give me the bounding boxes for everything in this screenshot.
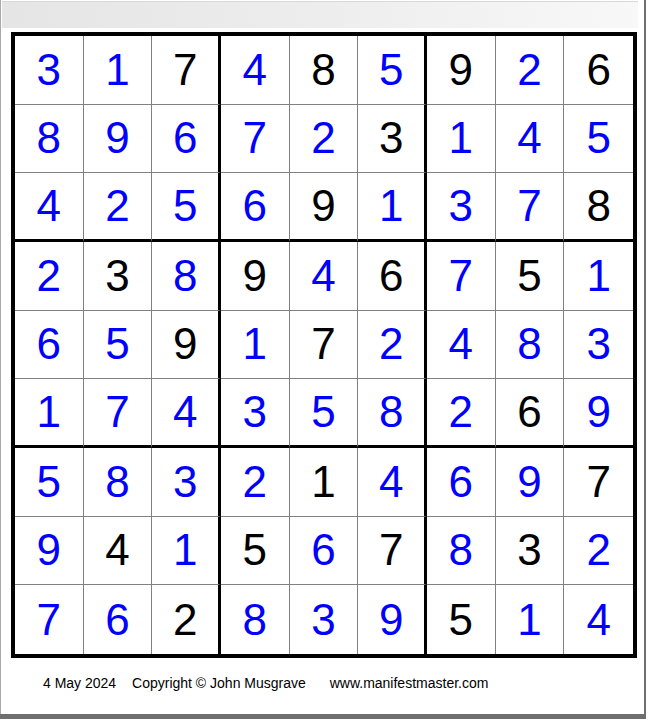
cell-r9c4: 8 (221, 585, 290, 654)
cell-r4c9: 1 (564, 242, 633, 311)
cell-r5c8: 8 (496, 311, 565, 380)
cell-r3c5: 9 (290, 173, 359, 242)
cell-r7c8: 9 (496, 448, 565, 517)
cell-r8c6: 7 (358, 517, 427, 586)
cell-r9c5: 3 (290, 585, 359, 654)
cell-r8c1: 9 (15, 517, 84, 586)
cell-r7c2: 8 (84, 448, 153, 517)
cell-r4c8: 5 (496, 242, 565, 311)
cell-r2c2: 9 (84, 105, 153, 174)
cell-r6c2: 7 (84, 379, 153, 448)
cell-r7c9: 7 (564, 448, 633, 517)
cell-r1c1: 3 (15, 36, 84, 105)
cell-r3c4: 6 (221, 173, 290, 242)
cell-r5c9: 3 (564, 311, 633, 380)
cell-r7c3: 3 (152, 448, 221, 517)
cell-r5c4: 1 (221, 311, 290, 380)
toolbar (2, 1, 638, 28)
cell-r6c9: 9 (564, 379, 633, 448)
cell-r4c5: 4 (290, 242, 359, 311)
cell-r3c7: 3 (427, 173, 496, 242)
cell-r3c3: 5 (152, 173, 221, 242)
cell-r8c7: 8 (427, 517, 496, 586)
cell-r5c1: 6 (15, 311, 84, 380)
cell-r9c2: 6 (84, 585, 153, 654)
cell-r3c6: 1 (358, 173, 427, 242)
cell-r2c7: 1 (427, 105, 496, 174)
cell-r1c9: 6 (564, 36, 633, 105)
cell-r9c9: 4 (564, 585, 633, 654)
cell-r5c2: 5 (84, 311, 153, 380)
cell-r9c7: 5 (427, 585, 496, 654)
cell-r9c3: 2 (152, 585, 221, 654)
cell-r8c3: 1 (152, 517, 221, 586)
window-border-right (644, 0, 646, 719)
cell-r7c6: 4 (358, 448, 427, 517)
cell-r3c1: 4 (15, 173, 84, 242)
cell-r5c5: 7 (290, 311, 359, 380)
cell-r9c8: 1 (496, 585, 565, 654)
cell-r7c7: 6 (427, 448, 496, 517)
cell-r1c5: 8 (290, 36, 359, 105)
cell-r6c3: 4 (152, 379, 221, 448)
window-border-bottom (0, 714, 646, 719)
cell-r3c8: 7 (496, 173, 565, 242)
cell-r1c8: 2 (496, 36, 565, 105)
footer: 4 May 2024 Copyright © John Musgrave www… (43, 675, 488, 691)
cell-r3c9: 8 (564, 173, 633, 242)
cell-r3c2: 2 (84, 173, 153, 242)
cell-r9c6: 9 (358, 585, 427, 654)
cell-r2c3: 6 (152, 105, 221, 174)
cell-r1c6: 5 (358, 36, 427, 105)
cell-r1c7: 9 (427, 36, 496, 105)
cell-r5c7: 4 (427, 311, 496, 380)
footer-website: www.manifestmaster.com (330, 675, 489, 691)
cell-r8c5: 6 (290, 517, 359, 586)
cell-r4c6: 6 (358, 242, 427, 311)
cell-r1c2: 1 (84, 36, 153, 105)
cell-r6c5: 5 (290, 379, 359, 448)
cell-r4c3: 8 (152, 242, 221, 311)
cell-r7c4: 2 (221, 448, 290, 517)
footer-copyright: Copyright © John Musgrave (132, 675, 306, 691)
cell-r9c1: 7 (15, 585, 84, 654)
cell-r4c1: 2 (15, 242, 84, 311)
cell-r6c6: 8 (358, 379, 427, 448)
cell-r5c6: 2 (358, 311, 427, 380)
cell-r2c5: 2 (290, 105, 359, 174)
cell-r2c4: 7 (221, 105, 290, 174)
cell-r7c1: 5 (15, 448, 84, 517)
cell-r2c1: 8 (15, 105, 84, 174)
cell-r6c7: 2 (427, 379, 496, 448)
cell-r8c9: 2 (564, 517, 633, 586)
window-border-left (0, 0, 1, 719)
cell-r6c1: 1 (15, 379, 84, 448)
cell-r6c4: 3 (221, 379, 290, 448)
cell-r1c3: 7 (152, 36, 221, 105)
cell-r2c9: 5 (564, 105, 633, 174)
cell-r8c4: 5 (221, 517, 290, 586)
cell-r4c2: 3 (84, 242, 153, 311)
cell-r1c4: 4 (221, 36, 290, 105)
cell-r8c2: 4 (84, 517, 153, 586)
sudoku-board: 3174859268967231454256913782389467516591… (11, 32, 637, 658)
footer-date: 4 May 2024 (43, 675, 116, 691)
cell-r2c8: 4 (496, 105, 565, 174)
cell-r2c6: 3 (358, 105, 427, 174)
cell-r4c4: 9 (221, 242, 290, 311)
cell-r5c3: 9 (152, 311, 221, 380)
cell-r8c8: 3 (496, 517, 565, 586)
cell-r7c5: 1 (290, 448, 359, 517)
cell-r4c7: 7 (427, 242, 496, 311)
cell-r6c8: 6 (496, 379, 565, 448)
